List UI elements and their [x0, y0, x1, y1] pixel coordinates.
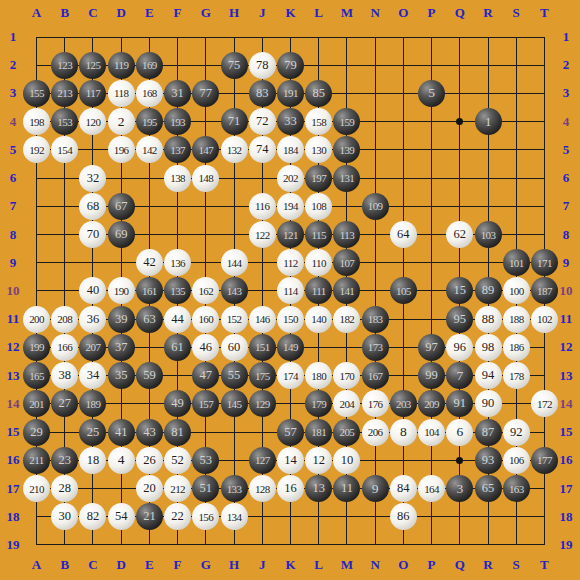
stone-O14[interactable]: 203 [390, 390, 417, 417]
stone-G13[interactable]: 47 [192, 362, 219, 389]
stone-J13[interactable]: 175 [249, 362, 276, 389]
stone-K11[interactable]: 150 [277, 306, 304, 333]
move-number: 186 [509, 341, 524, 353]
stone-C14[interactable]: 189 [79, 390, 106, 417]
stone-D4[interactable]: 2 [108, 108, 135, 135]
move-number: 111 [312, 285, 326, 297]
stone-K3[interactable]: 191 [277, 80, 304, 107]
move-number: 95 [454, 312, 467, 327]
stone-E15[interactable]: 43 [136, 419, 163, 446]
stone-E17[interactable]: 20 [136, 475, 163, 502]
stone-F10[interactable]: 135 [164, 277, 191, 304]
move-number: 55 [228, 368, 241, 383]
move-number: 78 [256, 58, 269, 73]
stone-B11[interactable]: 208 [51, 306, 78, 333]
stone-J12[interactable]: 151 [249, 334, 276, 361]
stone-D7[interactable]: 67 [108, 193, 135, 220]
move-number: 35 [115, 368, 128, 383]
stone-K7[interactable]: 194 [277, 193, 304, 220]
stone-E10[interactable]: 161 [136, 277, 163, 304]
stone-T16[interactable]: 177 [531, 447, 558, 474]
coord-bottom-N: N [362, 558, 388, 572]
stone-B2[interactable]: 123 [51, 52, 78, 79]
move-number: 125 [86, 59, 101, 71]
stone-H5[interactable]: 132 [221, 136, 248, 163]
move-number: 22 [171, 509, 184, 524]
stone-P15[interactable]: 104 [418, 419, 445, 446]
stone-H13[interactable]: 55 [221, 362, 248, 389]
move-number: 23 [58, 453, 71, 468]
coord-top-A: A [24, 6, 50, 20]
stone-R4[interactable]: 1 [475, 108, 502, 135]
stone-A5[interactable]: 192 [23, 136, 50, 163]
stone-P13[interactable]: 99 [418, 362, 445, 389]
stone-K16[interactable]: 14 [277, 447, 304, 474]
stone-L11[interactable]: 140 [305, 306, 332, 333]
move-number: 204 [340, 398, 355, 410]
stone-L6[interactable]: 197 [305, 165, 332, 192]
stone-E5[interactable]: 142 [136, 136, 163, 163]
stone-K6[interactable]: 202 [277, 165, 304, 192]
stone-Q12[interactable]: 96 [446, 334, 473, 361]
stone-R14[interactable]: 90 [475, 390, 502, 417]
stone-C13[interactable]: 34 [79, 362, 106, 389]
stone-B3[interactable]: 213 [51, 80, 78, 107]
move-number: 63 [143, 312, 156, 327]
stone-Q14[interactable]: 91 [446, 390, 473, 417]
stone-G16[interactable]: 53 [192, 447, 219, 474]
stone-J7[interactable]: 116 [249, 193, 276, 220]
stone-O8[interactable]: 64 [390, 221, 417, 248]
coord-bottom-O: O [390, 558, 416, 572]
stone-H12[interactable]: 60 [221, 334, 248, 361]
stone-P17[interactable]: 164 [418, 475, 445, 502]
stone-Q8[interactable]: 62 [446, 221, 473, 248]
stone-P12[interactable]: 97 [418, 334, 445, 361]
stone-C15[interactable]: 25 [79, 419, 106, 446]
stone-M15[interactable]: 205 [333, 419, 360, 446]
stone-R8[interactable]: 103 [475, 221, 502, 248]
stone-R11[interactable]: 88 [475, 306, 502, 333]
stone-G5[interactable]: 147 [192, 136, 219, 163]
stone-J17[interactable]: 128 [249, 475, 276, 502]
coord-left-6: 6 [0, 171, 26, 185]
stone-S13[interactable]: 178 [503, 362, 530, 389]
stone-K2[interactable]: 79 [277, 52, 304, 79]
coord-left-7: 7 [0, 199, 26, 213]
stone-G18[interactable]: 156 [192, 503, 219, 530]
stone-D16[interactable]: 4 [108, 447, 135, 474]
stone-B12[interactable]: 166 [51, 334, 78, 361]
stone-L8[interactable]: 115 [305, 221, 332, 248]
go-board[interactable]: AABBCCDDEEFFGGHHJJKKLLMMNNOOPPQQRRSSTT11… [0, 0, 580, 580]
stone-L9[interactable]: 110 [305, 249, 332, 276]
stone-B13[interactable]: 38 [51, 362, 78, 389]
stone-S10[interactable]: 100 [503, 277, 530, 304]
stone-E11[interactable]: 63 [136, 306, 163, 333]
stone-M6[interactable]: 131 [333, 165, 360, 192]
stone-J2[interactable]: 78 [249, 52, 276, 79]
stone-A14[interactable]: 201 [23, 390, 50, 417]
stone-Q13[interactable]: 7 [446, 362, 473, 389]
stone-E18[interactable]: 21 [136, 503, 163, 530]
move-number: 157 [198, 398, 213, 410]
stone-G12[interactable]: 46 [192, 334, 219, 361]
stone-G17[interactable]: 51 [192, 475, 219, 502]
coord-top-G: G [193, 6, 219, 20]
stone-P3[interactable]: 5 [418, 80, 445, 107]
move-number: 187 [537, 285, 552, 297]
move-number: 182 [340, 313, 355, 325]
stone-N12[interactable]: 173 [362, 334, 389, 361]
stone-F3[interactable]: 31 [164, 80, 191, 107]
stone-J16[interactable]: 127 [249, 447, 276, 474]
stone-A15[interactable]: 29 [23, 419, 50, 446]
stone-E2[interactable]: 169 [136, 52, 163, 79]
move-number: 116 [255, 200, 269, 212]
stone-E3[interactable]: 168 [136, 80, 163, 107]
stone-C7[interactable]: 68 [79, 193, 106, 220]
stone-D11[interactable]: 39 [108, 306, 135, 333]
move-number: 201 [29, 398, 44, 410]
stone-H4[interactable]: 71 [221, 108, 248, 135]
grid-line-vertical [375, 37, 376, 546]
stone-N14[interactable]: 176 [362, 390, 389, 417]
stone-M11[interactable]: 182 [333, 306, 360, 333]
stone-R10[interactable]: 89 [475, 277, 502, 304]
stone-D10[interactable]: 190 [108, 277, 135, 304]
coord-left-9: 9 [0, 256, 26, 270]
stone-K15[interactable]: 57 [277, 419, 304, 446]
move-number: 100 [509, 285, 524, 297]
stone-F5[interactable]: 137 [164, 136, 191, 163]
coord-bottom-R: R [475, 558, 501, 572]
move-number: 171 [537, 257, 552, 269]
stone-O15[interactable]: 8 [390, 419, 417, 446]
stone-G6[interactable]: 148 [192, 165, 219, 192]
stone-G10[interactable]: 162 [192, 277, 219, 304]
move-number: 175 [255, 370, 270, 382]
move-number: 206 [368, 426, 383, 438]
move-number: 10 [341, 453, 354, 468]
stone-S16[interactable]: 106 [503, 447, 530, 474]
stone-M17[interactable]: 11 [333, 475, 360, 502]
stone-L17[interactable]: 13 [305, 475, 332, 502]
stone-L15[interactable]: 181 [305, 419, 332, 446]
stone-L5[interactable]: 130 [305, 136, 332, 163]
stone-L10[interactable]: 111 [305, 277, 332, 304]
stone-A4[interactable]: 198 [23, 108, 50, 135]
stone-T10[interactable]: 187 [531, 277, 558, 304]
stone-L14[interactable]: 179 [305, 390, 332, 417]
stone-S17[interactable]: 163 [503, 475, 530, 502]
stone-F18[interactable]: 22 [164, 503, 191, 530]
move-number: 65 [482, 481, 495, 496]
stone-C16[interactable]: 18 [79, 447, 106, 474]
stone-Q11[interactable]: 95 [446, 306, 473, 333]
stone-M10[interactable]: 141 [333, 277, 360, 304]
stone-B4[interactable]: 153 [51, 108, 78, 135]
stone-F4[interactable]: 193 [164, 108, 191, 135]
stone-Q17[interactable]: 3 [446, 475, 473, 502]
stone-C8[interactable]: 70 [79, 221, 106, 248]
stone-O18[interactable]: 86 [390, 503, 417, 530]
move-number: 183 [368, 313, 383, 325]
move-number: 51 [200, 481, 213, 496]
move-number: 144 [227, 257, 242, 269]
stone-K10[interactable]: 114 [277, 277, 304, 304]
stone-D18[interactable]: 54 [108, 503, 135, 530]
stone-L3[interactable]: 85 [305, 80, 332, 107]
move-number: 30 [58, 509, 71, 524]
move-number: 208 [57, 313, 72, 325]
stone-A3[interactable]: 155 [23, 80, 50, 107]
stone-M5[interactable]: 139 [333, 136, 360, 163]
stone-M4[interactable]: 159 [333, 108, 360, 135]
stone-T11[interactable]: 102 [531, 306, 558, 333]
move-number: 9 [372, 481, 379, 497]
stone-E9[interactable]: 42 [136, 249, 163, 276]
stone-L7[interactable]: 108 [305, 193, 332, 220]
stone-M13[interactable]: 170 [333, 362, 360, 389]
stone-F14[interactable]: 49 [164, 390, 191, 417]
move-number: 89 [482, 283, 495, 298]
stone-C11[interactable]: 36 [79, 306, 106, 333]
move-number: 2 [118, 114, 125, 130]
stone-K4[interactable]: 33 [277, 108, 304, 135]
stone-D13[interactable]: 35 [108, 362, 135, 389]
stone-D2[interactable]: 119 [108, 52, 135, 79]
move-number: 21 [143, 509, 156, 524]
stone-C2[interactable]: 125 [79, 52, 106, 79]
stone-F6[interactable]: 138 [164, 165, 191, 192]
stone-C4[interactable]: 120 [79, 108, 106, 135]
move-number: 85 [312, 86, 325, 101]
stone-E4[interactable]: 195 [136, 108, 163, 135]
stone-N13[interactable]: 167 [362, 362, 389, 389]
coord-top-H: H [221, 6, 247, 20]
stone-K12[interactable]: 149 [277, 334, 304, 361]
coord-top-D: D [108, 6, 134, 20]
move-number: 115 [312, 229, 326, 241]
move-number: 195 [142, 116, 157, 128]
coord-right-4: 4 [553, 115, 579, 129]
move-number: 159 [340, 116, 355, 128]
stone-J5[interactable]: 74 [249, 136, 276, 163]
move-number: 27 [58, 396, 71, 411]
stone-C6[interactable]: 32 [79, 165, 106, 192]
stone-N15[interactable]: 206 [362, 419, 389, 446]
move-number: 209 [424, 398, 439, 410]
stone-A12[interactable]: 199 [23, 334, 50, 361]
stone-B18[interactable]: 30 [51, 503, 78, 530]
stone-F17[interactable]: 212 [164, 475, 191, 502]
stone-O17[interactable]: 84 [390, 475, 417, 502]
stone-K5[interactable]: 184 [277, 136, 304, 163]
move-number: 188 [509, 313, 524, 325]
coord-bottom-A: A [24, 558, 50, 572]
coord-top-O: O [390, 6, 416, 20]
stone-R12[interactable]: 98 [475, 334, 502, 361]
stone-M14[interactable]: 204 [333, 390, 360, 417]
stone-S12[interactable]: 186 [503, 334, 530, 361]
coord-bottom-S: S [503, 558, 529, 572]
stone-H14[interactable]: 145 [221, 390, 248, 417]
move-number: 155 [29, 87, 44, 99]
coord-right-19: 19 [553, 538, 579, 552]
move-number: 98 [482, 340, 495, 355]
coord-right-8: 8 [553, 228, 579, 242]
stone-C10[interactable]: 40 [79, 277, 106, 304]
stone-F12[interactable]: 61 [164, 334, 191, 361]
stone-R13[interactable]: 94 [475, 362, 502, 389]
move-number: 189 [86, 398, 101, 410]
stone-N17[interactable]: 9 [362, 475, 389, 502]
stone-B14[interactable]: 27 [51, 390, 78, 417]
stone-F15[interactable]: 81 [164, 419, 191, 446]
move-number: 169 [142, 59, 157, 71]
move-number: 44 [171, 312, 184, 327]
stone-H2[interactable]: 75 [221, 52, 248, 79]
stone-F11[interactable]: 44 [164, 306, 191, 333]
stone-T9[interactable]: 171 [531, 249, 558, 276]
stone-A13[interactable]: 165 [23, 362, 50, 389]
move-number: 49 [171, 396, 184, 411]
stone-J14[interactable]: 129 [249, 390, 276, 417]
move-number: 191 [283, 87, 298, 99]
stone-D15[interactable]: 41 [108, 419, 135, 446]
move-number: 134 [227, 511, 242, 523]
stone-A17[interactable]: 210 [23, 475, 50, 502]
move-number: 173 [368, 341, 383, 353]
move-number: 7 [456, 368, 463, 384]
move-number: 3 [456, 481, 463, 497]
move-number: 12 [312, 453, 325, 468]
stone-D5[interactable]: 196 [108, 136, 135, 163]
stone-B5[interactable]: 154 [51, 136, 78, 163]
stone-T14[interactable]: 172 [531, 390, 558, 417]
stone-H9[interactable]: 144 [221, 249, 248, 276]
stone-M16[interactable]: 10 [333, 447, 360, 474]
move-number: 138 [170, 172, 185, 184]
move-number: 117 [86, 87, 100, 99]
stone-N11[interactable]: 183 [362, 306, 389, 333]
move-number: 4 [118, 452, 125, 468]
stone-K13[interactable]: 174 [277, 362, 304, 389]
move-number: 184 [283, 144, 298, 156]
stone-R16[interactable]: 93 [475, 447, 502, 474]
stone-S9[interactable]: 101 [503, 249, 530, 276]
move-number: 79 [284, 58, 297, 73]
stone-H17[interactable]: 133 [221, 475, 248, 502]
coord-right-2: 2 [553, 58, 579, 72]
star-point-Q4 [456, 118, 463, 125]
coord-top-B: B [52, 6, 78, 20]
stone-A11[interactable]: 200 [23, 306, 50, 333]
stone-E13[interactable]: 59 [136, 362, 163, 389]
move-number: 210 [29, 483, 44, 495]
stone-B17[interactable]: 28 [51, 475, 78, 502]
move-number: 25 [87, 425, 100, 440]
move-number: 90 [482, 396, 495, 411]
stone-J4[interactable]: 72 [249, 108, 276, 135]
stone-C12[interactable]: 207 [79, 334, 106, 361]
stone-S11[interactable]: 188 [503, 306, 530, 333]
stone-D12[interactable]: 37 [108, 334, 135, 361]
move-number: 42 [143, 255, 156, 270]
move-number: 170 [340, 370, 355, 382]
stone-N7[interactable]: 109 [362, 193, 389, 220]
coord-left-10: 10 [0, 284, 26, 298]
move-number: 172 [537, 398, 552, 410]
move-number: 151 [255, 341, 270, 353]
stone-O10[interactable]: 105 [390, 277, 417, 304]
stone-L4[interactable]: 158 [305, 108, 332, 135]
stone-R17[interactable]: 65 [475, 475, 502, 502]
coord-bottom-M: M [334, 558, 360, 572]
move-number: 133 [227, 483, 242, 495]
stone-G3[interactable]: 77 [192, 80, 219, 107]
stone-R15[interactable]: 87 [475, 419, 502, 446]
move-number: 75 [228, 58, 241, 73]
coord-right-6: 6 [553, 171, 579, 185]
move-number: 87 [482, 425, 495, 440]
coord-top-Q: Q [447, 6, 473, 20]
stone-K8[interactable]: 121 [277, 221, 304, 248]
stone-A16[interactable]: 211 [23, 447, 50, 474]
stone-S15[interactable]: 92 [503, 419, 530, 446]
stone-D8[interactable]: 69 [108, 221, 135, 248]
stone-M9[interactable]: 107 [333, 249, 360, 276]
stone-P14[interactable]: 209 [418, 390, 445, 417]
stone-J11[interactable]: 146 [249, 306, 276, 333]
stone-F16[interactable]: 52 [164, 447, 191, 474]
stone-H18[interactable]: 134 [221, 503, 248, 530]
stone-M8[interactable]: 113 [333, 221, 360, 248]
stone-C3[interactable]: 117 [79, 80, 106, 107]
stone-B16[interactable]: 23 [51, 447, 78, 474]
stone-L13[interactable]: 180 [305, 362, 332, 389]
move-number: 43 [143, 425, 156, 440]
stone-Q15[interactable]: 6 [446, 419, 473, 446]
stone-H11[interactable]: 152 [221, 306, 248, 333]
stone-E16[interactable]: 26 [136, 447, 163, 474]
move-number: 161 [142, 285, 157, 297]
stone-J8[interactable]: 122 [249, 221, 276, 248]
move-number: 160 [198, 313, 213, 325]
move-number: 140 [311, 313, 326, 325]
move-number: 163 [509, 483, 524, 495]
stone-H10[interactable]: 143 [221, 277, 248, 304]
stone-C18[interactable]: 82 [79, 503, 106, 530]
stone-J3[interactable]: 83 [249, 80, 276, 107]
stone-G11[interactable]: 160 [192, 306, 219, 333]
stone-K9[interactable]: 112 [277, 249, 304, 276]
coord-bottom-Q: Q [447, 558, 473, 572]
coord-left-8: 8 [0, 228, 26, 242]
stone-L16[interactable]: 12 [305, 447, 332, 474]
stone-Q10[interactable]: 15 [446, 277, 473, 304]
move-number: 158 [311, 116, 326, 128]
move-number: 26 [143, 453, 156, 468]
stone-G14[interactable]: 157 [192, 390, 219, 417]
stone-F9[interactable]: 136 [164, 249, 191, 276]
move-number: 28 [58, 481, 71, 496]
move-number: 164 [424, 483, 439, 495]
coord-bottom-P: P [419, 558, 445, 572]
stone-D3[interactable]: 118 [108, 80, 135, 107]
stone-K17[interactable]: 16 [277, 475, 304, 502]
